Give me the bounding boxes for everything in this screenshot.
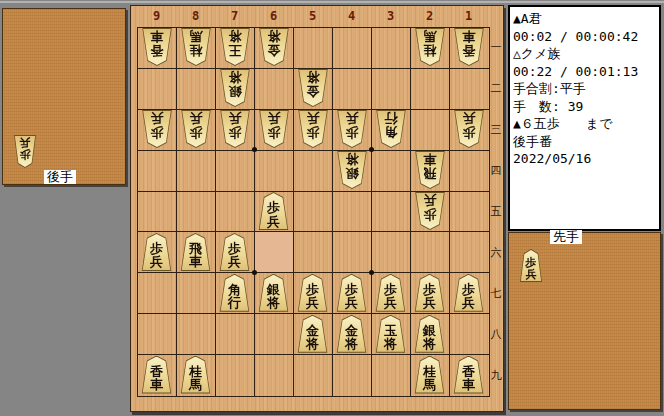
- file-label-1: 1: [449, 9, 488, 23]
- info-line-6: ▲６五歩 まで: [513, 115, 656, 133]
- square-2-6[interactable]: [411, 232, 450, 273]
- square-1-5[interactable]: [450, 192, 489, 233]
- square-1-6[interactable]: [450, 232, 489, 273]
- square-4-2[interactable]: [333, 69, 372, 110]
- square-4-5[interactable]: [333, 192, 372, 233]
- file-label-4: 4: [332, 9, 371, 23]
- file-label-6: 6: [254, 9, 293, 23]
- square-7-9[interactable]: [216, 355, 255, 396]
- square-8-5[interactable]: [177, 192, 216, 233]
- shogi-board: 987654321一二三四五六七八九香車桂馬王将金将桂馬香車銀将金将歩兵歩兵歩兵…: [130, 5, 504, 412]
- square-6-9[interactable]: [255, 355, 294, 396]
- rank-label-8: 八: [489, 327, 503, 342]
- file-label-8: 8: [176, 9, 215, 23]
- info-line-7: 後手番: [513, 133, 656, 151]
- piece-gote-pawn[interactable]: 歩兵: [13, 135, 37, 168]
- square-3-1[interactable]: [372, 28, 411, 69]
- square-3-2[interactable]: [372, 69, 411, 110]
- square-1-4[interactable]: [450, 151, 489, 192]
- square-8-8[interactable]: [177, 314, 216, 355]
- info-line-8: 2022/05/16: [513, 150, 656, 168]
- star-point: [369, 270, 374, 275]
- square-6-8[interactable]: [255, 314, 294, 355]
- square-4-1[interactable]: [333, 28, 372, 69]
- star-point: [252, 147, 257, 152]
- square-4-6[interactable]: [333, 232, 372, 273]
- gote-tray-label: 後手: [44, 170, 76, 184]
- star-point: [369, 147, 374, 152]
- square-4-9[interactable]: [333, 355, 372, 396]
- file-label-9: 9: [137, 9, 176, 23]
- square-9-4[interactable]: [138, 151, 177, 192]
- rank-label-2: 二: [489, 81, 503, 96]
- square-5-9[interactable]: [294, 355, 333, 396]
- info-line-4: 手合割:平手: [513, 80, 656, 98]
- rank-label-9: 九: [489, 368, 503, 383]
- square-9-8[interactable]: [138, 314, 177, 355]
- rank-label-5: 五: [489, 204, 503, 219]
- square-3-9[interactable]: [372, 355, 411, 396]
- rank-label-6: 六: [489, 245, 503, 260]
- file-label-3: 3: [371, 9, 410, 23]
- square-3-4[interactable]: [372, 151, 411, 192]
- square-6-2[interactable]: [255, 69, 294, 110]
- square-5-4[interactable]: [294, 151, 333, 192]
- square-9-5[interactable]: [138, 192, 177, 233]
- square-6-4[interactable]: [255, 151, 294, 192]
- info-line-0: ▲A君: [513, 10, 656, 28]
- square-1-2[interactable]: [450, 69, 489, 110]
- square-6-6[interactable]: [255, 232, 294, 273]
- game-info-panel: ▲A君00:02 / 00:00:42△クメ族00:22 / 00:01:13手…: [508, 5, 661, 231]
- square-5-1[interactable]: [294, 28, 333, 69]
- rank-label-1: 一: [489, 40, 503, 55]
- square-9-2[interactable]: [138, 69, 177, 110]
- rank-label-7: 七: [489, 286, 503, 301]
- square-7-5[interactable]: [216, 192, 255, 233]
- piece-sente-pawn[interactable]: 歩兵: [519, 249, 543, 282]
- piece-face: 歩兵: [520, 250, 542, 281]
- square-8-7[interactable]: [177, 273, 216, 314]
- square-2-3[interactable]: [411, 110, 450, 151]
- square-5-5[interactable]: [294, 192, 333, 233]
- info-line-5: 手 数: 39: [513, 98, 656, 116]
- square-5-6[interactable]: [294, 232, 333, 273]
- file-label-2: 2: [410, 9, 449, 23]
- file-label-5: 5: [293, 9, 332, 23]
- info-line-3: 00:22 / 00:01:13: [513, 63, 656, 81]
- piece-face: 歩兵: [14, 136, 36, 167]
- gote-captured-tray: 後手 歩兵: [2, 8, 126, 185]
- sente-tray-label: 先手: [550, 230, 582, 244]
- square-7-8[interactable]: [216, 314, 255, 355]
- square-3-6[interactable]: [372, 232, 411, 273]
- square-8-2[interactable]: [177, 69, 216, 110]
- square-3-5[interactable]: [372, 192, 411, 233]
- shogi-app-window: 後手 歩兵 987654321一二三四五六七八九香車桂馬王将金将桂馬香車銀将金将…: [0, 0, 664, 416]
- square-8-4[interactable]: [177, 151, 216, 192]
- square-1-8[interactable]: [450, 314, 489, 355]
- square-2-2[interactable]: [411, 69, 450, 110]
- info-line-2: △クメ族: [513, 45, 656, 63]
- file-label-7: 7: [215, 9, 254, 23]
- square-9-7[interactable]: [138, 273, 177, 314]
- rank-label-3: 三: [489, 122, 503, 137]
- square-7-4[interactable]: [216, 151, 255, 192]
- sente-captured-tray: 先手 歩兵: [508, 232, 661, 410]
- star-point: [252, 270, 257, 275]
- info-line-1: 00:02 / 00:00:42: [513, 28, 656, 46]
- rank-label-4: 四: [489, 163, 503, 178]
